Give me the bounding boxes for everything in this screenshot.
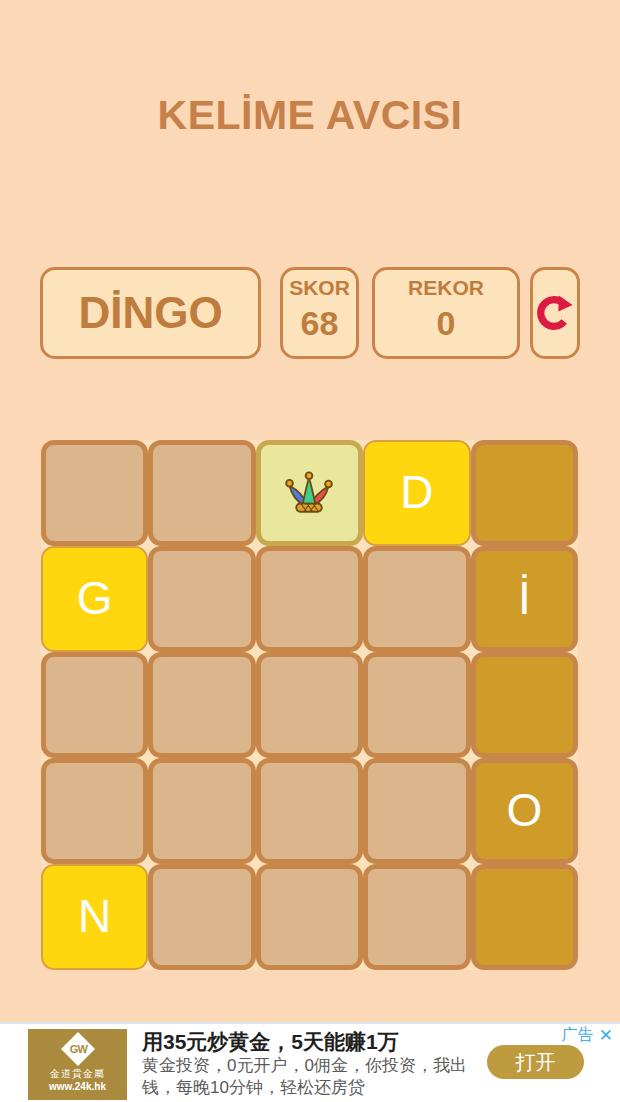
grid-cell-empty[interactable] bbox=[256, 546, 363, 652]
letter-grid: DGİON bbox=[41, 440, 578, 970]
ad-banner[interactable]: GW 金道貴金屬 www.24k.hk 用35元炒黄金，5天能赚1万 黄金投资，… bbox=[0, 1022, 620, 1102]
grid-cell-empty[interactable] bbox=[41, 652, 148, 758]
grid-cell-empty[interactable] bbox=[363, 652, 470, 758]
grid-cell-letter-O[interactable]: O bbox=[471, 758, 578, 864]
grid-cell-letter-D[interactable]: D bbox=[363, 440, 470, 546]
tile-letter: İ bbox=[518, 575, 531, 623]
ad-close-icon[interactable]: ✕ bbox=[599, 1025, 613, 1046]
logo-website: www.24k.hk bbox=[49, 1081, 106, 1092]
current-word-box: DİNGO bbox=[40, 267, 261, 359]
jester-hat-icon bbox=[282, 468, 336, 518]
logo-company-name: 金道貴金屬 bbox=[50, 1067, 105, 1081]
grid-cell-joker[interactable] bbox=[256, 440, 363, 546]
grid-cell-empty[interactable] bbox=[148, 652, 255, 758]
ad-title: 用35元炒黄金，5天能赚1万 bbox=[142, 1029, 482, 1055]
grid-cell-empty[interactable] bbox=[256, 864, 363, 970]
grid-cell-empty[interactable] bbox=[363, 758, 470, 864]
grid-cell-empty[interactable] bbox=[148, 758, 255, 864]
ad-description-line2: 钱，每晚10分钟，轻松还房贷 bbox=[142, 1077, 482, 1099]
tile-letter: D bbox=[400, 469, 433, 517]
score-bar: DİNGO SKOR 68 REKOR 0 bbox=[40, 267, 580, 359]
ad-badge[interactable]: 广告 ✕ bbox=[562, 1025, 613, 1046]
grid-cell-empty[interactable] bbox=[148, 864, 255, 970]
grid-cell-empty[interactable] bbox=[41, 758, 148, 864]
score-box: SKOR 68 bbox=[280, 267, 359, 359]
gw-logo-icon: GW bbox=[61, 1032, 95, 1066]
tile-letter: G bbox=[77, 575, 113, 623]
current-word: DİNGO bbox=[78, 288, 222, 338]
grid-cell-letter-G[interactable]: G bbox=[41, 546, 148, 652]
logo-initials: GW bbox=[69, 1043, 86, 1055]
grid-cell-empty[interactable] bbox=[363, 546, 470, 652]
tile-letter: O bbox=[506, 787, 542, 835]
refresh-icon bbox=[535, 292, 575, 334]
grid-cell-empty[interactable] bbox=[471, 652, 578, 758]
refresh-button[interactable] bbox=[530, 267, 580, 359]
grid-cell-empty[interactable] bbox=[256, 652, 363, 758]
advertiser-logo: GW 金道貴金屬 www.24k.hk bbox=[28, 1029, 127, 1100]
grid-cell-empty[interactable] bbox=[363, 864, 470, 970]
grid-cell-letter-İ[interactable]: İ bbox=[471, 546, 578, 652]
grid-cell-letter-N[interactable]: N bbox=[41, 864, 148, 970]
record-value: 0 bbox=[437, 299, 456, 356]
record-box: REKOR 0 bbox=[372, 267, 520, 359]
ad-open-button[interactable]: 打开 bbox=[487, 1045, 584, 1079]
ad-text: 用35元炒黄金，5天能赚1万 黄金投资，0元开户，0佣金，你投资，我出 钱，每晚… bbox=[142, 1029, 482, 1099]
app-title: KELİME AVCISI bbox=[0, 92, 620, 139]
score-value: 68 bbox=[301, 299, 339, 356]
grid-cell-empty[interactable] bbox=[41, 440, 148, 546]
app-screen: KELİME AVCISI DİNGO SKOR 68 REKOR 0 bbox=[0, 0, 620, 1102]
grid-cell-empty[interactable] bbox=[148, 440, 255, 546]
record-label: REKOR bbox=[408, 276, 484, 299]
grid-cell-empty[interactable] bbox=[471, 440, 578, 546]
ad-description-line1: 黄金投资，0元开户，0佣金，你投资，我出 bbox=[142, 1055, 482, 1077]
score-label: SKOR bbox=[289, 276, 350, 299]
ad-label[interactable]: 广告 bbox=[562, 1025, 594, 1046]
tile-letter: N bbox=[78, 893, 111, 941]
grid-cell-empty[interactable] bbox=[256, 758, 363, 864]
grid-cell-empty[interactable] bbox=[471, 864, 578, 970]
grid-cell-empty[interactable] bbox=[148, 546, 255, 652]
